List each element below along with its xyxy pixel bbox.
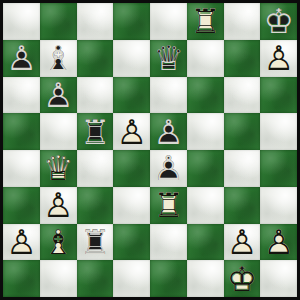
square-b7[interactable]: ♝♗ [40,40,77,77]
square-a7[interactable]: ♟♙ [3,40,40,77]
black-pawn[interactable]: ♟♙ [150,150,187,187]
square-b1[interactable] [40,260,77,297]
square-a4[interactable] [3,150,40,187]
piece-outline-layer: ♖ [77,224,114,261]
white-rook[interactable]: ♜♖ [150,187,187,224]
square-g6[interactable] [224,77,261,114]
square-h5[interactable] [260,113,297,150]
square-c8[interactable] [77,3,114,40]
square-a6[interactable] [3,77,40,114]
square-c5[interactable]: ♜♖ [77,113,114,150]
black-pawn[interactable]: ♟♙ [3,40,40,77]
square-f7[interactable] [187,40,224,77]
square-h4[interactable] [260,150,297,187]
black-rook[interactable]: ♜♖ [77,224,114,261]
piece-outline-layer: ♙ [224,224,261,261]
square-f1[interactable] [187,260,224,297]
square-a2[interactable]: ♟♙ [3,224,40,261]
square-a8[interactable] [3,3,40,40]
piece-outline-layer: ♙ [260,40,297,77]
piece-outline-layer: ♙ [40,77,77,114]
square-c3[interactable] [77,187,114,224]
square-d3[interactable] [113,187,150,224]
square-e5[interactable]: ♟♙ [150,113,187,150]
white-pawn[interactable]: ♟♙ [260,224,297,261]
square-d7[interactable] [113,40,150,77]
square-c1[interactable] [77,260,114,297]
square-f4[interactable] [187,150,224,187]
white-pawn[interactable]: ♟♙ [40,187,77,224]
square-d8[interactable] [113,3,150,40]
square-b4[interactable]: ♛♕ [40,150,77,187]
piece-outline-layer: ♙ [3,40,40,77]
white-rook[interactable]: ♜♖ [187,3,224,40]
square-h7[interactable]: ♟♙ [260,40,297,77]
square-e6[interactable] [150,77,187,114]
square-d1[interactable] [113,260,150,297]
piece-outline-layer: ♙ [260,224,297,261]
white-bishop[interactable]: ♝♗ [40,224,77,261]
square-d2[interactable] [113,224,150,261]
black-rook[interactable]: ♜♖ [77,113,114,150]
white-queen[interactable]: ♛♕ [40,150,77,187]
square-c4[interactable] [77,150,114,187]
square-h6[interactable] [260,77,297,114]
square-g5[interactable] [224,113,261,150]
piece-outline-layer: ♕ [150,40,187,77]
square-c7[interactable] [77,40,114,77]
square-b8[interactable] [40,3,77,40]
piece-outline-layer: ♙ [113,113,150,150]
square-e7[interactable]: ♛♕ [150,40,187,77]
white-pawn[interactable]: ♟♙ [113,113,150,150]
square-b5[interactable] [40,113,77,150]
square-e1[interactable] [150,260,187,297]
square-c6[interactable] [77,77,114,114]
white-pawn[interactable]: ♟♙ [224,224,261,261]
square-e2[interactable] [150,224,187,261]
square-d4[interactable] [113,150,150,187]
square-e8[interactable] [150,3,187,40]
black-pawn[interactable]: ♟♙ [40,77,77,114]
piece-outline-layer: ♖ [77,113,114,150]
piece-outline-layer: ♗ [40,40,77,77]
square-b3[interactable]: ♟♙ [40,187,77,224]
square-f2[interactable] [187,224,224,261]
piece-outline-layer: ♔ [224,260,261,297]
black-pawn[interactable]: ♟♙ [150,113,187,150]
square-b6[interactable]: ♟♙ [40,77,77,114]
square-g7[interactable] [224,40,261,77]
piece-outline-layer: ♔ [260,3,297,40]
piece-outline-layer: ♙ [150,113,187,150]
square-a5[interactable] [3,113,40,150]
square-h3[interactable] [260,187,297,224]
piece-outline-layer: ♙ [3,224,40,261]
square-f3[interactable] [187,187,224,224]
square-c2[interactable]: ♜♖ [77,224,114,261]
square-a1[interactable] [3,260,40,297]
square-g3[interactable] [224,187,261,224]
white-pawn[interactable]: ♟♙ [260,40,297,77]
square-h8[interactable]: ♚♔ [260,3,297,40]
piece-outline-layer: ♙ [150,150,187,187]
piece-outline-layer: ♖ [187,3,224,40]
black-bishop[interactable]: ♝♗ [40,40,77,77]
square-g2[interactable]: ♟♙ [224,224,261,261]
piece-outline-layer: ♗ [40,224,77,261]
square-d6[interactable] [113,77,150,114]
piece-outline-layer: ♖ [150,187,187,224]
square-g4[interactable] [224,150,261,187]
square-f8[interactable]: ♜♖ [187,3,224,40]
square-f6[interactable] [187,77,224,114]
white-pawn[interactable]: ♟♙ [3,224,40,261]
square-h2[interactable]: ♟♙ [260,224,297,261]
square-f5[interactable] [187,113,224,150]
square-e3[interactable]: ♜♖ [150,187,187,224]
square-a3[interactable] [3,187,40,224]
piece-outline-layer: ♕ [40,150,77,187]
square-e4[interactable]: ♟♙ [150,150,187,187]
square-g8[interactable] [224,3,261,40]
square-b2[interactable]: ♝♗ [40,224,77,261]
page: ♜♖♚♔♟♙♝♗♛♕♟♙♟♙♜♖♟♙♟♙♛♕♟♙♟♙♜♖♟♙♝♗♜♖♟♙♟♙♚♔ [0,0,300,300]
white-king[interactable]: ♚♔ [224,260,261,297]
black-queen[interactable]: ♛♕ [150,40,187,77]
black-king[interactable]: ♚♔ [260,3,297,40]
chess-board: ♜♖♚♔♟♙♝♗♛♕♟♙♟♙♜♖♟♙♟♙♛♕♟♙♟♙♜♖♟♙♝♗♜♖♟♙♟♙♚♔ [0,0,300,300]
square-h1[interactable] [260,260,297,297]
square-d5[interactable]: ♟♙ [113,113,150,150]
square-g1[interactable]: ♚♔ [224,260,261,297]
piece-outline-layer: ♙ [40,187,77,224]
